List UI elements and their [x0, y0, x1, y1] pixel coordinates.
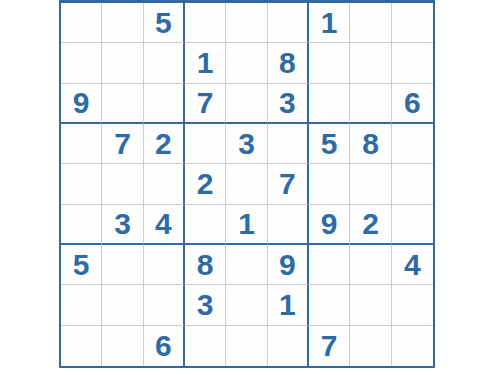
cell-r7c3[interactable] — [144, 245, 185, 285]
cell-r8c6[interactable]: 1 — [268, 285, 309, 325]
cell-r3c5[interactable] — [226, 84, 267, 124]
cell-r9c8[interactable] — [350, 326, 391, 366]
cell-r9c7[interactable]: 7 — [309, 326, 350, 366]
cell-r4c7[interactable]: 5 — [309, 124, 350, 164]
cell-r9c4[interactable] — [185, 326, 226, 366]
cell-r1c4[interactable] — [185, 3, 226, 43]
cell-r2c8[interactable] — [350, 43, 391, 83]
cell-r3c2[interactable] — [102, 84, 143, 124]
cell-r4c2[interactable]: 7 — [102, 124, 143, 164]
cell-r7c5[interactable] — [226, 245, 267, 285]
cell-r7c8[interactable] — [350, 245, 391, 285]
cell-r8c1[interactable] — [61, 285, 102, 325]
cell-r2c4[interactable]: 1 — [185, 43, 226, 83]
cell-r9c3[interactable]: 6 — [144, 326, 185, 366]
cell-r5c4[interactable]: 2 — [185, 164, 226, 204]
cell-r1c5[interactable] — [226, 3, 267, 43]
cell-r1c2[interactable] — [102, 3, 143, 43]
cell-r1c7[interactable]: 1 — [309, 3, 350, 43]
cell-r7c4[interactable]: 8 — [185, 245, 226, 285]
cell-r9c9[interactable] — [392, 326, 433, 366]
cell-r8c9[interactable] — [392, 285, 433, 325]
cell-r8c3[interactable] — [144, 285, 185, 325]
cell-r6c3[interactable]: 4 — [144, 205, 185, 245]
cell-r6c5[interactable]: 1 — [226, 205, 267, 245]
cell-r4c5[interactable]: 3 — [226, 124, 267, 164]
cell-r5c6[interactable]: 7 — [268, 164, 309, 204]
cell-r3c3[interactable] — [144, 84, 185, 124]
cell-r2c9[interactable] — [392, 43, 433, 83]
cell-r9c1[interactable] — [61, 326, 102, 366]
cell-r6c4[interactable] — [185, 205, 226, 245]
cell-r5c7[interactable] — [309, 164, 350, 204]
cell-r8c7[interactable] — [309, 285, 350, 325]
cell-r7c9[interactable]: 4 — [392, 245, 433, 285]
cell-r2c7[interactable] — [309, 43, 350, 83]
cell-r5c8[interactable] — [350, 164, 391, 204]
cell-r1c3[interactable]: 5 — [144, 3, 185, 43]
cell-r4c8[interactable]: 8 — [350, 124, 391, 164]
cell-r7c7[interactable] — [309, 245, 350, 285]
cell-r6c9[interactable] — [392, 205, 433, 245]
cell-r4c1[interactable] — [61, 124, 102, 164]
cell-r4c4[interactable] — [185, 124, 226, 164]
cell-r9c6[interactable] — [268, 326, 309, 366]
cell-r7c1[interactable]: 5 — [61, 245, 102, 285]
cell-r8c4[interactable]: 3 — [185, 285, 226, 325]
cell-r1c8[interactable] — [350, 3, 391, 43]
cell-r6c2[interactable]: 3 — [102, 205, 143, 245]
cell-r2c1[interactable] — [61, 43, 102, 83]
cell-r3c6[interactable]: 3 — [268, 84, 309, 124]
cell-r5c9[interactable] — [392, 164, 433, 204]
cell-r1c6[interactable] — [268, 3, 309, 43]
cell-r3c8[interactable] — [350, 84, 391, 124]
sudoku-board: 5118973672358273419258943167 — [59, 0, 435, 368]
cell-r9c5[interactable] — [226, 326, 267, 366]
cell-r7c6[interactable]: 9 — [268, 245, 309, 285]
cell-r6c1[interactable] — [61, 205, 102, 245]
cell-r4c9[interactable] — [392, 124, 433, 164]
cell-r7c2[interactable] — [102, 245, 143, 285]
cell-r1c9[interactable] — [392, 3, 433, 43]
cell-r8c5[interactable] — [226, 285, 267, 325]
cell-r8c2[interactable] — [102, 285, 143, 325]
cell-r2c6[interactable]: 8 — [268, 43, 309, 83]
cell-r2c2[interactable] — [102, 43, 143, 83]
cell-r1c1[interactable] — [61, 3, 102, 43]
cell-r6c8[interactable]: 2 — [350, 205, 391, 245]
cell-r3c7[interactable] — [309, 84, 350, 124]
sudoku-page: 5118973672358273419258943167 — [0, 0, 500, 375]
cell-r5c1[interactable] — [61, 164, 102, 204]
cell-r5c5[interactable] — [226, 164, 267, 204]
cell-r3c9[interactable]: 6 — [392, 84, 433, 124]
cell-r2c3[interactable] — [144, 43, 185, 83]
cell-r2c5[interactable] — [226, 43, 267, 83]
cell-r3c1[interactable]: 9 — [61, 84, 102, 124]
cell-r9c2[interactable] — [102, 326, 143, 366]
cell-r6c6[interactable] — [268, 205, 309, 245]
cell-r4c6[interactable] — [268, 124, 309, 164]
cell-r3c4[interactable]: 7 — [185, 84, 226, 124]
cell-r6c7[interactable]: 9 — [309, 205, 350, 245]
cell-r8c8[interactable] — [350, 285, 391, 325]
cell-r4c3[interactable]: 2 — [144, 124, 185, 164]
cell-r5c3[interactable] — [144, 164, 185, 204]
cell-r5c2[interactable] — [102, 164, 143, 204]
